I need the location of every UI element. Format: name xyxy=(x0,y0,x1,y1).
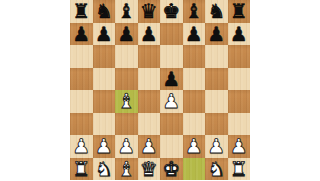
square-b8[interactable]: ♞ xyxy=(93,0,116,23)
square-f4[interactable] xyxy=(183,90,206,113)
white-pawn-piece[interactable]: ♟ xyxy=(230,135,248,157)
square-g5[interactable] xyxy=(205,68,228,91)
square-e1[interactable]: ♚ xyxy=(160,158,183,181)
square-g1[interactable]: ♞ xyxy=(205,158,228,181)
square-g8[interactable]: ♞ xyxy=(205,0,228,23)
square-c1[interactable]: ♝ xyxy=(115,158,138,181)
square-f7[interactable]: ♟ xyxy=(183,23,206,46)
black-pawn-piece[interactable]: ♟ xyxy=(230,23,248,45)
square-c8[interactable]: ♝ xyxy=(115,0,138,23)
square-e6[interactable] xyxy=(160,45,183,68)
white-bishop-piece[interactable]: ♝ xyxy=(117,90,135,112)
black-pawn-piece[interactable]: ♟ xyxy=(95,23,113,45)
square-a4[interactable] xyxy=(70,90,93,113)
square-e8[interactable]: ♚ xyxy=(160,0,183,23)
square-d2[interactable]: ♟ xyxy=(138,135,161,158)
white-rook-piece[interactable]: ♜ xyxy=(72,158,90,180)
square-b1[interactable]: ♞ xyxy=(93,158,116,181)
square-b3[interactable] xyxy=(93,113,116,136)
square-h3[interactable] xyxy=(228,113,251,136)
black-rook-piece[interactable]: ♜ xyxy=(230,0,248,22)
black-pawn-piece[interactable]: ♟ xyxy=(140,23,158,45)
square-e2[interactable] xyxy=(160,135,183,158)
square-h2[interactable]: ♟ xyxy=(228,135,251,158)
black-pawn-piece[interactable]: ♟ xyxy=(117,23,135,45)
square-h5[interactable] xyxy=(228,68,251,91)
square-d7[interactable]: ♟ xyxy=(138,23,161,46)
square-a2[interactable]: ♟ xyxy=(70,135,93,158)
black-bishop-piece[interactable]: ♝ xyxy=(117,0,135,22)
white-rook-piece[interactable]: ♜ xyxy=(230,158,248,180)
square-d5[interactable] xyxy=(138,68,161,91)
square-a8[interactable]: ♜ xyxy=(70,0,93,23)
square-h4[interactable] xyxy=(228,90,251,113)
black-knight-piece[interactable]: ♞ xyxy=(95,0,113,22)
square-c7[interactable]: ♟ xyxy=(115,23,138,46)
black-rook-piece[interactable]: ♜ xyxy=(72,0,90,22)
white-pawn-piece[interactable]: ♟ xyxy=(72,135,90,157)
square-h7[interactable]: ♟ xyxy=(228,23,251,46)
square-f2[interactable]: ♟ xyxy=(183,135,206,158)
white-knight-piece[interactable]: ♞ xyxy=(207,158,225,180)
white-bishop-piece[interactable]: ♝ xyxy=(117,158,135,180)
square-f5[interactable] xyxy=(183,68,206,91)
square-e4[interactable]: ♟ xyxy=(160,90,183,113)
black-pawn-piece[interactable]: ♟ xyxy=(162,68,180,90)
white-pawn-piece[interactable]: ♟ xyxy=(140,135,158,157)
square-f8[interactable]: ♝ xyxy=(183,0,206,23)
white-king-piece[interactable]: ♚ xyxy=(162,158,180,180)
black-bishop-piece[interactable]: ♝ xyxy=(185,0,203,22)
white-pawn-piece[interactable]: ♟ xyxy=(117,135,135,157)
white-pawn-piece[interactable]: ♟ xyxy=(185,135,203,157)
square-f6[interactable] xyxy=(183,45,206,68)
square-b5[interactable] xyxy=(93,68,116,91)
square-g2[interactable]: ♟ xyxy=(205,135,228,158)
white-pawn-piece[interactable]: ♟ xyxy=(162,90,180,112)
square-d1[interactable]: ♛ xyxy=(138,158,161,181)
square-e7[interactable] xyxy=(160,23,183,46)
square-b4[interactable] xyxy=(93,90,116,113)
square-d6[interactable] xyxy=(138,45,161,68)
chess-board: ♜♞♝♛♚♝♞♜♟♟♟♟♟♟♟♟♝♟♟♟♟♟♟♟♟♜♞♝♛♚♞♜ xyxy=(70,0,250,180)
square-h8[interactable]: ♜ xyxy=(228,0,251,23)
square-d4[interactable] xyxy=(138,90,161,113)
square-c4[interactable]: ♝ xyxy=(115,90,138,113)
square-d8[interactable]: ♛ xyxy=(138,0,161,23)
square-b7[interactable]: ♟ xyxy=(93,23,116,46)
black-pawn-piece[interactable]: ♟ xyxy=(185,23,203,45)
square-f1[interactable] xyxy=(183,158,206,181)
white-pawn-piece[interactable]: ♟ xyxy=(207,135,225,157)
square-e3[interactable] xyxy=(160,113,183,136)
square-g4[interactable] xyxy=(205,90,228,113)
square-f3[interactable] xyxy=(183,113,206,136)
white-knight-piece[interactable]: ♞ xyxy=(95,158,113,180)
square-e5[interactable]: ♟ xyxy=(160,68,183,91)
black-pawn-piece[interactable]: ♟ xyxy=(72,23,90,45)
square-c3[interactable] xyxy=(115,113,138,136)
square-h6[interactable] xyxy=(228,45,251,68)
square-c5[interactable] xyxy=(115,68,138,91)
square-g7[interactable]: ♟ xyxy=(205,23,228,46)
square-c2[interactable]: ♟ xyxy=(115,135,138,158)
square-a6[interactable] xyxy=(70,45,93,68)
square-h1[interactable]: ♜ xyxy=(228,158,251,181)
square-g3[interactable] xyxy=(205,113,228,136)
square-a5[interactable] xyxy=(70,68,93,91)
square-a7[interactable]: ♟ xyxy=(70,23,93,46)
page-background: ♜♞♝♛♚♝♞♜♟♟♟♟♟♟♟♟♝♟♟♟♟♟♟♟♟♜♞♝♛♚♞♜ xyxy=(0,0,320,180)
white-pawn-piece[interactable]: ♟ xyxy=(95,135,113,157)
square-c6[interactable] xyxy=(115,45,138,68)
black-pawn-piece[interactable]: ♟ xyxy=(207,23,225,45)
black-king-piece[interactable]: ♚ xyxy=(162,0,180,22)
square-g6[interactable] xyxy=(205,45,228,68)
black-knight-piece[interactable]: ♞ xyxy=(207,0,225,22)
black-queen-piece[interactable]: ♛ xyxy=(140,0,158,22)
square-b2[interactable]: ♟ xyxy=(93,135,116,158)
square-a3[interactable] xyxy=(70,113,93,136)
square-a1[interactable]: ♜ xyxy=(70,158,93,181)
square-d3[interactable] xyxy=(138,113,161,136)
white-queen-piece[interactable]: ♛ xyxy=(140,158,158,180)
square-b6[interactable] xyxy=(93,45,116,68)
